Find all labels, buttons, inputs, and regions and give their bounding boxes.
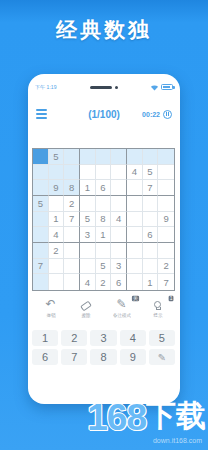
toolbar-label: 撤销 — [46, 312, 55, 319]
sudoku-cell-r5c1[interactable] — [33, 212, 49, 228]
sudoku-cell-r9c3[interactable] — [64, 274, 80, 290]
numkey-4[interactable]: 4 — [120, 330, 146, 346]
hint-button[interactable]: 1提示 — [147, 298, 169, 321]
sudoku-cell-r3c6[interactable] — [111, 180, 127, 196]
sudoku-cell-r8c8[interactable] — [143, 259, 159, 275]
wifi-icon — [150, 84, 159, 91]
sudoku-cell-r7c7[interactable] — [127, 243, 143, 259]
banner: 经典数独 — [0, 16, 208, 44]
sudoku-cell-r8c3[interactable] — [64, 259, 80, 275]
sudoku-cell-r7c3[interactable] — [64, 243, 80, 259]
sudoku-cell-r9c8[interactable]: 1 — [143, 274, 159, 290]
sudoku-cell-r2c3[interactable] — [64, 165, 80, 181]
numkey-9[interactable]: 9 — [120, 349, 146, 365]
phone-mockup: 下午 1:19 (1/100) 00:22 545981675217584943… — [28, 74, 180, 404]
sudoku-cell-r5c8[interactable] — [143, 212, 159, 228]
notes-button[interactable]: ✎关备注模式 — [110, 298, 134, 321]
toolbar-label: 备注模式 — [113, 312, 131, 319]
sudoku-cell-r9c5[interactable]: 2 — [96, 274, 112, 290]
number-pad: 123456789✎ — [32, 330, 175, 365]
sudoku-cell-r1c8[interactable] — [143, 149, 159, 165]
sudoku-cell-r4c1[interactable]: 5 — [33, 196, 49, 212]
sudoku-cell-r9c4[interactable]: 4 — [80, 274, 96, 290]
sudoku-cell-r5c3[interactable]: 7 — [64, 212, 80, 228]
numkey-6[interactable]: 6 — [32, 349, 58, 365]
sudoku-cell-r1c9[interactable] — [158, 149, 174, 165]
watermark-url: down.it168.com — [87, 437, 206, 444]
sudoku-cell-r5c5[interactable]: 8 — [96, 212, 112, 228]
sudoku-cell-r6c1[interactable] — [33, 227, 49, 243]
pencil-key[interactable]: ✎ — [149, 349, 175, 365]
sudoku-cell-r8c2[interactable] — [49, 259, 65, 275]
sudoku-cell-r3c1[interactable] — [33, 180, 49, 196]
numkey-1[interactable]: 1 — [32, 330, 58, 346]
sudoku-cell-r9c6[interactable]: 6 — [111, 274, 127, 290]
sudoku-cell-r9c1[interactable] — [33, 274, 49, 290]
phone-notch — [90, 86, 118, 89]
numkey-8[interactable]: 8 — [90, 349, 116, 365]
sudoku-cell-r4c4[interactable] — [80, 196, 96, 212]
sudoku-cell-r2c4[interactable] — [80, 165, 96, 181]
sudoku-cell-r8c7[interactable] — [127, 259, 143, 275]
sudoku-cell-r4c6[interactable] — [111, 196, 127, 212]
game-timer: 00:22 — [142, 111, 160, 118]
numkey-7[interactable]: 7 — [61, 349, 87, 365]
sudoku-cell-r1c2[interactable]: 5 — [49, 149, 65, 165]
sudoku-cell-r5c2[interactable]: 1 — [49, 212, 65, 228]
sudoku-cell-r4c2[interactable] — [49, 196, 65, 212]
sudoku-cell-r2c8[interactable]: 5 — [143, 165, 159, 181]
sudoku-cell-r7c2[interactable]: 2 — [49, 243, 65, 259]
toolbar-label: 提示 — [153, 312, 162, 319]
sudoku-cell-r8c9[interactable]: 2 — [158, 259, 174, 275]
sudoku-cell-r9c7[interactable] — [127, 274, 143, 290]
page-background: 经典数独 下午 1:19 (1/100) 00:22 545981675 — [0, 0, 208, 450]
sudoku-cell-r4c7[interactable] — [127, 196, 143, 212]
sudoku-cell-r4c9[interactable] — [158, 196, 174, 212]
sudoku-cell-r7c1[interactable] — [33, 243, 49, 259]
sudoku-cell-r6c3[interactable] — [64, 227, 80, 243]
sudoku-cell-r4c3[interactable]: 2 — [64, 196, 80, 212]
battery-icon — [161, 84, 173, 90]
sudoku-cell-r6c9[interactable] — [158, 227, 174, 243]
nav-bar: (1/100) 00:22 — [36, 104, 172, 124]
status-bar: 下午 1:19 — [35, 81, 173, 93]
sudoku-cell-r3c3[interactable]: 8 — [64, 180, 80, 196]
sudoku-cell-r8c5[interactable]: 5 — [96, 259, 112, 275]
numkey-3[interactable]: 3 — [90, 330, 116, 346]
speaker-grille — [90, 86, 112, 89]
status-icons — [150, 84, 173, 91]
watermark-logo: 168下载 — [87, 399, 206, 436]
sudoku-cell-r6c2[interactable]: 4 — [49, 227, 65, 243]
eraser-icon — [81, 298, 91, 311]
undo-button[interactable]: ↶撤销 — [40, 298, 62, 321]
sudoku-cell-r7c9[interactable] — [158, 243, 174, 259]
sudoku-cell-r6c8[interactable]: 6 — [143, 227, 159, 243]
menu-button[interactable] — [36, 109, 47, 118]
sudoku-cell-r9c9[interactable]: 7 — [158, 274, 174, 290]
notes-icon: ✎ — [116, 298, 126, 311]
sudoku-cell-r8c6[interactable]: 3 — [111, 259, 127, 275]
sudoku-cell-r8c1[interactable]: 7 — [33, 259, 49, 275]
sudoku-cell-r8c4[interactable] — [80, 259, 96, 275]
sudoku-cell-r2c5[interactable] — [96, 165, 112, 181]
sudoku-cell-r3c2[interactable]: 9 — [49, 180, 65, 196]
sudoku-cell-r2c9[interactable] — [158, 165, 174, 181]
toolbar-label: 擦除 — [81, 312, 90, 319]
sudoku-cell-r4c5[interactable] — [96, 196, 112, 212]
sudoku-cell-r2c6[interactable] — [111, 165, 127, 181]
sudoku-cell-r1c1[interactable] — [33, 149, 49, 165]
sudoku-cell-r7c5[interactable] — [96, 243, 112, 259]
numkey-5[interactable]: 5 — [149, 330, 175, 346]
sudoku-cell-r3c9[interactable] — [158, 180, 174, 196]
numkey-2[interactable]: 2 — [61, 330, 87, 346]
sudoku-cell-r1c3[interactable] — [64, 149, 80, 165]
page-title: 经典数独 — [0, 16, 208, 44]
toolbar-badge: 1 — [169, 296, 174, 302]
status-time: 下午 1:19 — [35, 83, 57, 91]
sudoku-cell-r1c5[interactable] — [96, 149, 112, 165]
sudoku-cell-r6c4[interactable]: 3 — [80, 227, 96, 243]
sudoku-cell-r5c7[interactable] — [127, 212, 143, 228]
sudoku-cell-r7c8[interactable] — [143, 243, 159, 259]
sudoku-cell-r4c8[interactable] — [143, 196, 159, 212]
sudoku-cell-r1c4[interactable] — [80, 149, 96, 165]
sudoku-cell-r2c1[interactable] — [33, 165, 49, 181]
hint-icon — [154, 298, 161, 311]
sudoku-cell-r3c7[interactable] — [127, 180, 143, 196]
sudoku-board: 545981675217584943162753242617 — [32, 148, 175, 291]
watermark: 168下载 down.it168.com — [87, 399, 206, 444]
sudoku-cell-r2c2[interactable] — [49, 165, 65, 181]
undo-icon: ↶ — [45, 298, 55, 311]
sudoku-cell-r3c8[interactable]: 7 — [143, 180, 159, 196]
toolbar-badge: 关 — [131, 296, 138, 302]
sudoku-cell-r6c7[interactable] — [127, 227, 143, 243]
eraser-button[interactable]: 擦除 — [75, 298, 97, 321]
sudoku-cell-r1c7[interactable] — [127, 149, 143, 165]
sudoku-cell-r3c5[interactable]: 6 — [96, 180, 112, 196]
sudoku-cell-r1c6[interactable] — [111, 149, 127, 165]
sudoku-cell-r3c4[interactable]: 1 — [80, 180, 96, 196]
sudoku-cell-r5c6[interactable]: 4 — [111, 212, 127, 228]
sudoku-cell-r6c6[interactable] — [111, 227, 127, 243]
sudoku-cell-r7c6[interactable] — [111, 243, 127, 259]
sudoku-cell-r6c5[interactable]: 1 — [96, 227, 112, 243]
sudoku-cell-r5c9[interactable]: 9 — [158, 212, 174, 228]
toolbar: ↶撤销擦除✎关备注模式1提示 — [33, 298, 175, 326]
sudoku-cell-r2c7[interactable]: 4 — [127, 165, 143, 181]
sudoku-cell-r9c2[interactable] — [49, 274, 65, 290]
sudoku-cell-r7c4[interactable] — [80, 243, 96, 259]
camera-dot — [115, 86, 118, 89]
pause-button[interactable] — [163, 110, 172, 119]
sudoku-cell-r5c4[interactable]: 5 — [80, 212, 96, 228]
